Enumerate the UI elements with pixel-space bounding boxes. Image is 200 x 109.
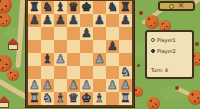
piece-white-n[interactable]: ♞: [42, 92, 53, 105]
piece-black-p[interactable]: ♟: [120, 14, 131, 27]
piece-black-b[interactable]: ♝: [42, 53, 53, 66]
square-h6[interactable]: [119, 27, 132, 40]
square-d7[interactable]: ♟: [67, 14, 80, 27]
square-a5[interactable]: [28, 40, 41, 53]
square-a7[interactable]: ♟: [28, 14, 41, 27]
square-f3[interactable]: [93, 66, 106, 79]
square-f1[interactable]: ♝: [93, 92, 106, 105]
piece-black-p[interactable]: ♟: [107, 40, 118, 53]
house: [7, 38, 19, 50]
bush-dot: [137, 64, 140, 67]
tree: [133, 87, 143, 97]
house: [0, 96, 10, 108]
square-b4[interactable]: ♝: [41, 53, 54, 66]
hud-badge: ✕: [158, 1, 195, 11]
board: ♜♞♝♛♚♞♜♟♟♟♟♟♟♟♟♝♟♟♞♟♟♟♟♟♟♜♞♝♛♚♝♜: [26, 0, 134, 107]
square-h5[interactable]: [119, 40, 132, 53]
piece-black-k[interactable]: ♚: [81, 1, 92, 14]
tree: [188, 90, 200, 105]
coin-icon: [169, 4, 174, 9]
square-d1[interactable]: ♛: [67, 92, 80, 105]
player-row-2: Player2: [151, 48, 192, 54]
piece-white-r[interactable]: ♜: [29, 92, 40, 105]
square-d6[interactable]: [67, 27, 80, 40]
player-panel: Player1 Player2 Turn: 4: [145, 30, 194, 79]
piece-white-k[interactable]: ♚: [81, 92, 92, 105]
square-c7[interactable]: ♟: [54, 14, 67, 27]
bush-dot: [175, 86, 179, 90]
piece-black-p[interactable]: ♟: [42, 14, 53, 27]
tree: [147, 97, 160, 109]
piece-white-q[interactable]: ♛: [68, 92, 79, 105]
square-a4[interactable]: [28, 53, 41, 66]
piece-white-r[interactable]: ♜: [120, 92, 131, 105]
piece-black-p[interactable]: ♟: [81, 27, 92, 40]
square-c3[interactable]: [54, 66, 67, 79]
piece-white-b[interactable]: ♝: [94, 92, 105, 105]
piece-black-p[interactable]: ♟: [68, 14, 79, 27]
square-a1[interactable]: ♜: [28, 92, 41, 105]
bush-dot: [195, 42, 199, 46]
square-f6[interactable]: [93, 27, 106, 40]
square-g4[interactable]: [106, 53, 119, 66]
player-row-1: Player1: [151, 37, 192, 43]
square-e8[interactable]: ♚: [80, 1, 93, 14]
square-b1[interactable]: ♞: [41, 92, 54, 105]
tree: [0, 13, 11, 27]
player2-label: Player2: [157, 48, 176, 54]
square-a6[interactable]: [28, 27, 41, 40]
close-button[interactable]: ✕: [178, 3, 185, 9]
piece-black-n[interactable]: ♞: [107, 1, 118, 14]
square-e5[interactable]: [80, 40, 93, 53]
turn-indicator: Turn: 4: [151, 67, 192, 73]
square-f7[interactable]: ♟: [93, 14, 106, 27]
square-g1[interactable]: [106, 92, 119, 105]
square-h7[interactable]: ♟: [119, 14, 132, 27]
white-player-color-icon: [151, 38, 155, 42]
bush-dot: [139, 11, 143, 15]
square-g7[interactable]: [106, 14, 119, 27]
square-g2[interactable]: ♟: [106, 79, 119, 92]
square-d4[interactable]: [67, 53, 80, 66]
square-g8[interactable]: ♞: [106, 1, 119, 14]
tree: [145, 15, 159, 29]
house-body: [0, 102, 9, 108]
piece-black-p[interactable]: ♟: [55, 14, 66, 27]
piece-white-p[interactable]: ♟: [55, 53, 66, 66]
square-c6[interactable]: [54, 27, 67, 40]
house-body: [8, 44, 18, 50]
tree: [7, 69, 19, 81]
square-b7[interactable]: ♟: [41, 14, 54, 27]
piece-white-b[interactable]: ♝: [55, 92, 66, 105]
tree: [0, 0, 12, 14]
square-e1[interactable]: ♚: [80, 92, 93, 105]
black-player-color-icon: [151, 49, 155, 53]
square-b6[interactable]: [41, 27, 54, 40]
path: [15, 0, 25, 68]
piece-white-p[interactable]: ♟: [107, 79, 118, 92]
square-d5[interactable]: [67, 40, 80, 53]
square-f4[interactable]: ♟: [93, 53, 106, 66]
piece-black-p[interactable]: ♟: [94, 14, 105, 27]
square-c1[interactable]: ♝: [54, 92, 67, 105]
piece-white-p[interactable]: ♟: [94, 53, 105, 66]
piece-black-p[interactable]: ♟: [29, 14, 40, 27]
square-h1[interactable]: ♜: [119, 92, 132, 105]
square-e6[interactable]: ♟: [80, 27, 93, 40]
square-c4[interactable]: ♟: [54, 53, 67, 66]
square-g5[interactable]: ♟: [106, 40, 119, 53]
player1-label: Player1: [157, 37, 176, 43]
game-screen: ♜♞♝♛♚♞♜♟♟♟♟♟♟♟♟♝♟♟♞♟♟♟♟♟♟♜♞♝♛♚♝♜ Player1…: [0, 0, 200, 109]
square-e4[interactable]: [80, 53, 93, 66]
